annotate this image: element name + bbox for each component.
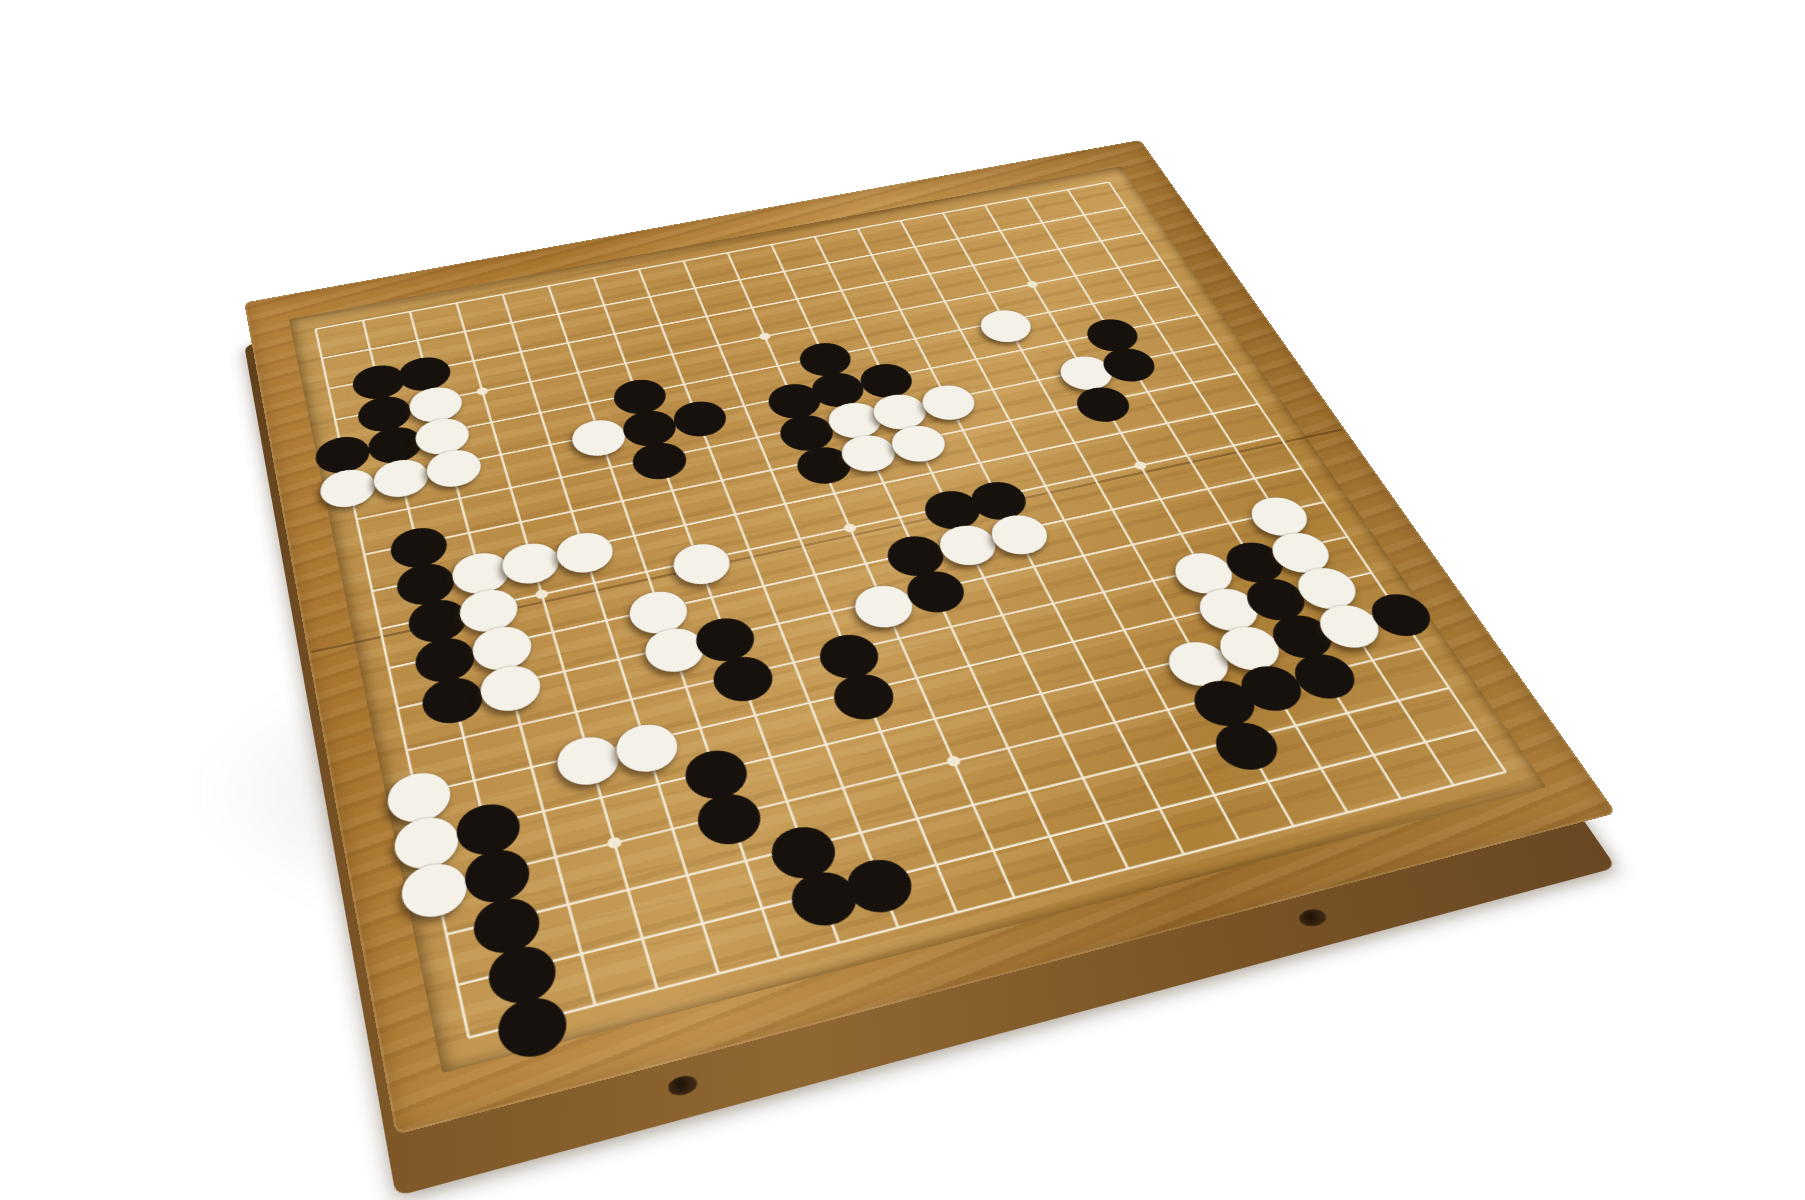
stone-white[interactable]: ● — [885, 419, 948, 461]
star-point-4-4 — [476, 387, 489, 396]
stone-white[interactable]: ● — [984, 508, 1051, 554]
finger-hole-right — [1296, 907, 1330, 929]
stone-black[interactable]: ● — [900, 564, 968, 612]
star-point-16-10 — [1133, 461, 1148, 471]
scene: ●●●●●●●●●●●●●●●●●●●●●●●●●●●●●●●●●●●●●●●●… — [0, 0, 1805, 1200]
star-point-4-10 — [534, 589, 549, 600]
star-point-10-4 — [758, 332, 771, 341]
go-board-photo: { "game": "go", "board_size": 19, "view"… — [0, 0, 1805, 1200]
finger-hole-left — [666, 1073, 700, 1098]
stone-white[interactable]: ● — [423, 443, 482, 486]
stone-white[interactable]: ● — [552, 525, 615, 571]
stone-white[interactable]: ● — [477, 658, 543, 710]
stone-black[interactable]: ● — [1069, 380, 1133, 420]
star-point-10-16 — [945, 755, 962, 768]
stone-black[interactable]: ● — [827, 666, 897, 719]
stone-black[interactable]: ● — [493, 987, 569, 1056]
stone-black[interactable]: ● — [691, 785, 763, 844]
star-point-10-10 — [842, 523, 857, 534]
stone-black[interactable]: ● — [628, 436, 689, 479]
star-point-4-16 — [606, 836, 623, 850]
stone-white[interactable]: ● — [974, 304, 1035, 341]
star-point-16-4 — [1025, 280, 1039, 288]
stone-black[interactable]: ● — [839, 849, 915, 911]
stone-black[interactable]: ● — [707, 648, 775, 700]
